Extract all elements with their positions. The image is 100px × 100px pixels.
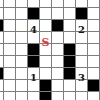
cell-r8c5[interactable] — [52, 92, 63, 100]
cell-r7c2[interactable] — [16, 80, 27, 91]
cell-r3c6[interactable] — [64, 32, 75, 43]
cell-r3c5[interactable] — [52, 32, 63, 43]
cell-r4c6 — [64, 44, 75, 55]
cell-r6c7[interactable]: 3 — [76, 68, 87, 79]
cell-r8c6[interactable] — [64, 92, 75, 100]
cell-r6c4[interactable] — [40, 68, 51, 79]
cell-number: 3 — [78, 74, 85, 82]
cell-r5c8[interactable] — [88, 56, 99, 67]
cell-r8c8[interactable] — [88, 92, 99, 100]
cell-r6c1[interactable] — [4, 68, 15, 79]
cell-r4c0[interactable] — [0, 44, 3, 55]
cell-r2c6[interactable] — [64, 20, 75, 31]
cell-r1c4[interactable] — [40, 8, 51, 19]
cell-r7c8 — [88, 80, 99, 91]
cell-r7c6[interactable] — [64, 80, 75, 91]
cell-r2c3[interactable]: 4 — [28, 20, 39, 31]
cell-number: 2 — [78, 26, 85, 34]
cell-r8c0[interactable] — [0, 92, 3, 100]
cell-r7c0[interactable] — [0, 80, 3, 91]
cell-r8c1[interactable] — [4, 92, 15, 100]
cell-r8c7[interactable] — [76, 92, 87, 100]
cell-r7c4 — [40, 80, 51, 91]
cell-r4c8[interactable] — [88, 44, 99, 55]
cell-r1c8[interactable] — [88, 8, 99, 19]
cell-r6c6 — [64, 68, 75, 79]
cell-r3c4[interactable]: S — [40, 32, 51, 43]
cell-r6c8[interactable] — [88, 68, 99, 79]
cell-r3c1[interactable] — [4, 32, 15, 43]
cell-r5c0[interactable] — [0, 56, 3, 67]
cell-r8c3[interactable] — [28, 92, 39, 100]
cell-r3c2[interactable] — [16, 32, 27, 43]
cell-r8c4 — [40, 92, 51, 100]
cell-r4c1[interactable] — [4, 44, 15, 55]
cell-number: 1 — [30, 74, 37, 82]
cell-r4c2[interactable] — [16, 44, 27, 55]
cell-r2c0 — [0, 20, 3, 31]
cell-r3c8[interactable] — [88, 32, 99, 43]
cell-r5c2[interactable] — [16, 56, 27, 67]
cell-r0c1[interactable] — [4, 0, 15, 7]
cell-r1c1[interactable] — [4, 8, 15, 19]
cell-r2c5 — [52, 20, 63, 31]
cell-r0c8[interactable] — [88, 0, 99, 7]
cell-r5c3 — [28, 56, 39, 67]
cell-r7c5[interactable] — [52, 80, 63, 91]
cell-r0c6[interactable] — [64, 0, 75, 7]
cell-r6c0 — [0, 68, 3, 79]
cell-r0c7[interactable] — [76, 0, 87, 7]
cell-r0c3[interactable] — [28, 0, 39, 7]
cell-r5c6 — [64, 56, 75, 67]
cell-r6c3[interactable]: 1 — [28, 68, 39, 79]
cell-r6c2[interactable] — [16, 68, 27, 79]
cell-r0c0[interactable] — [0, 0, 3, 7]
cell-r1c2[interactable] — [16, 8, 27, 19]
cell-r4c3 — [28, 44, 39, 55]
cell-r1c7 — [76, 8, 87, 19]
cell-r8c2[interactable] — [16, 92, 27, 100]
cell-r2c2[interactable] — [16, 20, 27, 31]
cell-r2c1[interactable] — [4, 20, 15, 31]
cell-r4c7[interactable] — [76, 44, 87, 55]
cell-r2c8[interactable] — [88, 20, 99, 31]
cell-r7c1[interactable] — [4, 80, 15, 91]
cell-r2c4[interactable] — [40, 20, 51, 31]
cell-r1c3 — [28, 8, 39, 19]
cell-letter: S — [42, 38, 50, 47]
cell-r5c4[interactable] — [40, 56, 51, 67]
cell-r0c5[interactable] — [52, 0, 63, 7]
cell-r0c2[interactable] — [16, 0, 27, 7]
cell-r4c5[interactable] — [52, 44, 63, 55]
crossword-board: 42S13 — [0, 0, 100, 100]
cell-r5c5[interactable] — [52, 56, 63, 67]
cell-number: 4 — [30, 26, 37, 34]
cell-r0c4[interactable] — [40, 0, 51, 7]
cell-r6c5[interactable] — [52, 68, 63, 79]
cell-r1c6[interactable] — [64, 8, 75, 19]
cell-r3c0[interactable] — [0, 32, 3, 43]
cell-r1c0[interactable] — [0, 8, 3, 19]
cell-r2c7[interactable]: 2 — [76, 20, 87, 31]
cell-r5c1[interactable] — [4, 56, 15, 67]
cell-r5c7[interactable] — [76, 56, 87, 67]
cell-r1c5[interactable] — [52, 8, 63, 19]
